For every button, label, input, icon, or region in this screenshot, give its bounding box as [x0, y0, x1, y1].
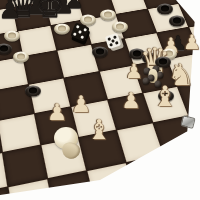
pieces-layer: ♟♛♟♚♟♟♟♟♟♟♝♝♟♛♞♟♟ [0, 0, 200, 200]
die-pip [73, 32, 77, 36]
light-checker[interactable] [13, 52, 29, 63]
white-bishop[interactable]: ♝ [87, 116, 111, 143]
white-pawn[interactable]: ♟ [71, 93, 92, 116]
die-pip [109, 43, 113, 47]
white-die[interactable] [105, 33, 121, 49]
dark-checker[interactable] [92, 47, 108, 58]
light-checker[interactable] [100, 10, 116, 21]
light-checker[interactable] [54, 24, 70, 35]
die-pip [76, 25, 80, 29]
chess-set-photo: 8A7B6C5D4E3F2G1H ♟♛♟♚♟♟♟♟♟♟♝♝♟♛♞♟♟ [0, 0, 200, 200]
dark-checker[interactable] [0, 44, 12, 55]
light-checker[interactable] [112, 22, 128, 33]
dark-checker[interactable] [169, 16, 185, 27]
light-checker[interactable] [4, 31, 20, 42]
fallen-white-king-body [60, 141, 81, 161]
white-bishop[interactable]: ♝ [152, 83, 177, 111]
white-pawn[interactable]: ♟ [121, 90, 141, 112]
die-pip [115, 41, 119, 45]
light-checker[interactable] [80, 15, 96, 26]
black-pawn[interactable]: ♟ [0, 0, 22, 22]
dark-checker[interactable] [25, 86, 41, 97]
die-pip [80, 35, 84, 39]
white-pawn[interactable]: ♟ [47, 101, 68, 124]
die-pip [83, 28, 87, 32]
dark-checker[interactable] [157, 4, 173, 15]
die-pip [113, 35, 117, 39]
black-king[interactable]: ♚ [36, 0, 65, 22]
white-pawn[interactable]: ♟ [125, 61, 143, 81]
bead[interactable] [143, 78, 150, 85]
bead[interactable] [157, 72, 164, 79]
die-pip [78, 30, 82, 34]
die-pip [107, 37, 111, 41]
